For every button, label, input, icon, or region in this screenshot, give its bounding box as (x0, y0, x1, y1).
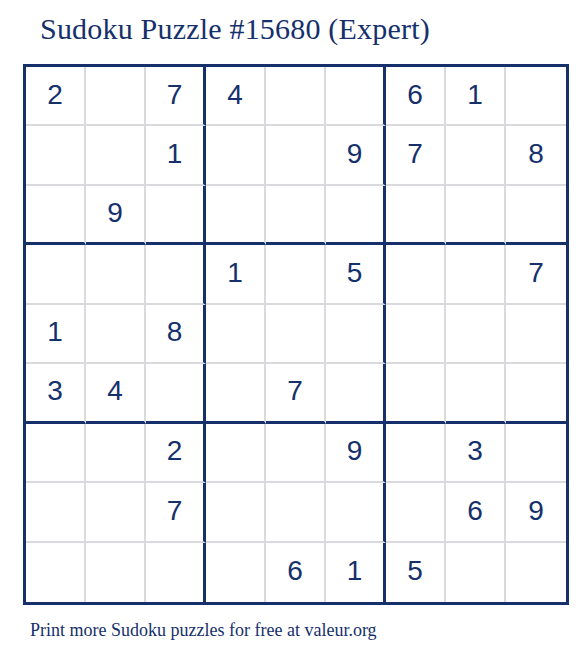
cell-r2c3: 1 (146, 126, 206, 185)
cell-r9c7: 5 (386, 543, 446, 602)
cell-r6c3 (146, 364, 206, 423)
cell-r9c8 (446, 543, 506, 602)
cell-r9c4 (206, 543, 266, 602)
cell-r6c6 (326, 364, 386, 423)
cell-r7c9 (506, 424, 566, 483)
cell-r4c4: 1 (206, 245, 266, 304)
footer-text: Print more Sudoku puzzles for free at va… (30, 619, 580, 641)
cell-r9c9 (506, 543, 566, 602)
cell-r5c6 (326, 305, 386, 364)
cell-r1c2 (86, 67, 146, 126)
cell-r6c5: 7 (266, 364, 326, 423)
cell-r4c7 (386, 245, 446, 304)
sudoku-grid: 274611978915718347293769615 (23, 64, 569, 605)
cell-r1c3: 7 (146, 67, 206, 126)
cell-r8c1 (26, 483, 86, 542)
cell-r5c7 (386, 305, 446, 364)
cell-r6c9 (506, 364, 566, 423)
page-title: Sudoku Puzzle #15680 (Expert) (40, 12, 580, 46)
cell-r1c7: 6 (386, 67, 446, 126)
cell-r7c7 (386, 424, 446, 483)
cell-r1c5 (266, 67, 326, 126)
cell-r6c2: 4 (86, 364, 146, 423)
cell-r8c7 (386, 483, 446, 542)
cell-r2c2 (86, 126, 146, 185)
cell-r1c6 (326, 67, 386, 126)
cell-r7c4 (206, 424, 266, 483)
cell-r3c1 (26, 186, 86, 245)
cell-r5c3: 8 (146, 305, 206, 364)
cell-r8c4 (206, 483, 266, 542)
cell-r3c8 (446, 186, 506, 245)
cell-r3c9 (506, 186, 566, 245)
cell-r5c9 (506, 305, 566, 364)
cell-r9c2 (86, 543, 146, 602)
cell-r3c4 (206, 186, 266, 245)
cell-r5c5 (266, 305, 326, 364)
cell-r6c8 (446, 364, 506, 423)
cell-r7c2 (86, 424, 146, 483)
cell-r8c2 (86, 483, 146, 542)
cell-r9c3 (146, 543, 206, 602)
cell-r4c2 (86, 245, 146, 304)
cell-r2c7: 7 (386, 126, 446, 185)
cell-r3c5 (266, 186, 326, 245)
cell-r7c3: 2 (146, 424, 206, 483)
cell-r5c2 (86, 305, 146, 364)
cell-r9c1 (26, 543, 86, 602)
cell-r8c3: 7 (146, 483, 206, 542)
cell-r2c6: 9 (326, 126, 386, 185)
cell-r7c1 (26, 424, 86, 483)
cell-r8c9: 9 (506, 483, 566, 542)
cell-r3c3 (146, 186, 206, 245)
cell-r4c6: 5 (326, 245, 386, 304)
cell-r4c8 (446, 245, 506, 304)
cell-r3c7 (386, 186, 446, 245)
cell-r6c4 (206, 364, 266, 423)
cell-r5c8 (446, 305, 506, 364)
cell-r1c9 (506, 67, 566, 126)
cell-r7c6: 9 (326, 424, 386, 483)
cell-r9c5: 6 (266, 543, 326, 602)
cell-r5c4 (206, 305, 266, 364)
cell-r1c1: 2 (26, 67, 86, 126)
cell-r3c6 (326, 186, 386, 245)
cell-r4c5 (266, 245, 326, 304)
cell-r2c5 (266, 126, 326, 185)
cell-r8c8: 6 (446, 483, 506, 542)
cell-r1c4: 4 (206, 67, 266, 126)
cell-r3c2: 9 (86, 186, 146, 245)
cell-r1c8: 1 (446, 67, 506, 126)
cell-r6c7 (386, 364, 446, 423)
cell-r5c1: 1 (26, 305, 86, 364)
cell-r6c1: 3 (26, 364, 86, 423)
cell-r2c4 (206, 126, 266, 185)
cell-r2c9: 8 (506, 126, 566, 185)
cell-r9c6: 1 (326, 543, 386, 602)
cell-r7c8: 3 (446, 424, 506, 483)
cell-r4c1 (26, 245, 86, 304)
cell-r2c8 (446, 126, 506, 185)
cell-r2c1 (26, 126, 86, 185)
cell-r4c3 (146, 245, 206, 304)
cell-r7c5 (266, 424, 326, 483)
cell-r8c5 (266, 483, 326, 542)
cell-r8c6 (326, 483, 386, 542)
cell-r4c9: 7 (506, 245, 566, 304)
